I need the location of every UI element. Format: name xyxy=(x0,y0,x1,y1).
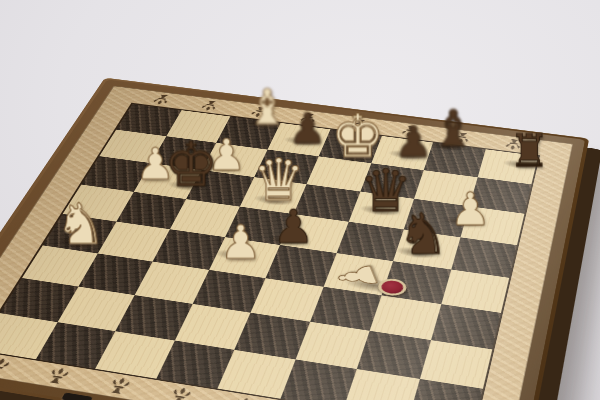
white-knight-a4[interactable]: ♞ xyxy=(51,220,125,260)
fleur-de-lis-icon xyxy=(503,138,524,152)
piece-glyph: ♞ xyxy=(51,196,109,252)
fleur-de-lis-icon xyxy=(451,131,472,144)
piece-glyph: ♚ xyxy=(163,133,219,194)
piece-glyph: ♟ xyxy=(264,204,322,250)
piece-glyph: ♞ xyxy=(393,206,452,263)
photo-stage: ♝♟♚♟♝♜♟♟♚♛♛♟♟♞♞♟♟ xyxy=(0,0,600,400)
piece-glyph: ♜ xyxy=(502,128,557,173)
pieces-layer: ♝♟♚♟♝♜♟♟♚♛♛♟♟♞♞♟♟ xyxy=(0,78,589,400)
scene: ♝♟♚♟♝♜♟♟♚♛♛♟♟♞♞♟♟ xyxy=(0,0,600,400)
piece-glyph: ♟ xyxy=(212,218,271,265)
chessboard: ♝♟♚♟♝♜♟♟♚♛♛♟♟♞♞♟♟ xyxy=(0,78,589,400)
